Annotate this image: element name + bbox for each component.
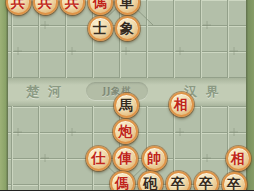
piece-glyph: 傌	[115, 176, 129, 190]
piece-glyph: 俥	[118, 151, 132, 165]
piece-red-3-1[interactable]: 傌	[88, 0, 113, 15]
xiangqi-board[interactable]: 楚河 汉界 JJ象棋 兵兵兵傌車士象馬相炮仕俥帥相傌砲卒卒卒	[0, 0, 254, 190]
piece-red-2-1[interactable]: 兵	[60, 0, 85, 15]
piece-glyph: 兵	[38, 0, 52, 9]
piece-glyph: 車	[120, 0, 134, 9]
piece-red-1-1[interactable]: 兵	[33, 0, 58, 15]
piece-black-8-8[interactable]: 卒	[222, 172, 247, 191]
piece-black-4-1[interactable]: 車	[115, 0, 140, 15]
piece-glyph: 相	[231, 151, 245, 165]
piece-red-0-1[interactable]: 兵	[6, 0, 31, 15]
piece-red-6-5[interactable]: 相	[169, 92, 194, 117]
piece-red-8-7[interactable]: 相	[226, 146, 251, 171]
piece-glyph: 帥	[147, 151, 161, 165]
piece-glyph: 兵	[65, 0, 79, 9]
piece-glyph: 卒	[199, 176, 213, 190]
piece-glyph: 砲	[143, 176, 157, 190]
piece-red-3-7[interactable]: 仕	[86, 146, 111, 171]
piece-black-4-2[interactable]: 象	[115, 16, 140, 41]
piece-glyph: 傌	[93, 0, 107, 9]
piece-black-5-8[interactable]: 砲	[138, 171, 163, 191]
piece-glyph: 仕	[91, 151, 105, 165]
piece-glyph: 炮	[118, 124, 132, 138]
piece-red-4-8[interactable]: 傌	[110, 171, 135, 191]
piece-glyph: 象	[120, 21, 134, 35]
piece-black-3-2[interactable]: 士	[88, 16, 113, 41]
piece-black-7-8[interactable]: 卒	[194, 171, 219, 191]
piece-black-4-5[interactable]: 馬	[114, 93, 139, 118]
piece-red-4-6[interactable]: 炮	[113, 119, 138, 144]
piece-glyph: 馬	[119, 98, 133, 112]
piece-glyph: 兵	[11, 0, 25, 9]
piece-red-5-7[interactable]: 帥	[142, 146, 167, 171]
piece-glyph: 卒	[171, 176, 185, 190]
piece-glyph: 相	[174, 97, 188, 111]
piece-glyph: 士	[93, 21, 107, 35]
piece-black-6-8[interactable]: 卒	[166, 171, 191, 191]
pieces-layer: 兵兵兵傌車士象馬相炮仕俥帥相傌砲卒卒卒	[0, 0, 254, 190]
piece-glyph: 卒	[227, 177, 241, 190]
piece-red-4-7[interactable]: 俥	[113, 146, 138, 171]
